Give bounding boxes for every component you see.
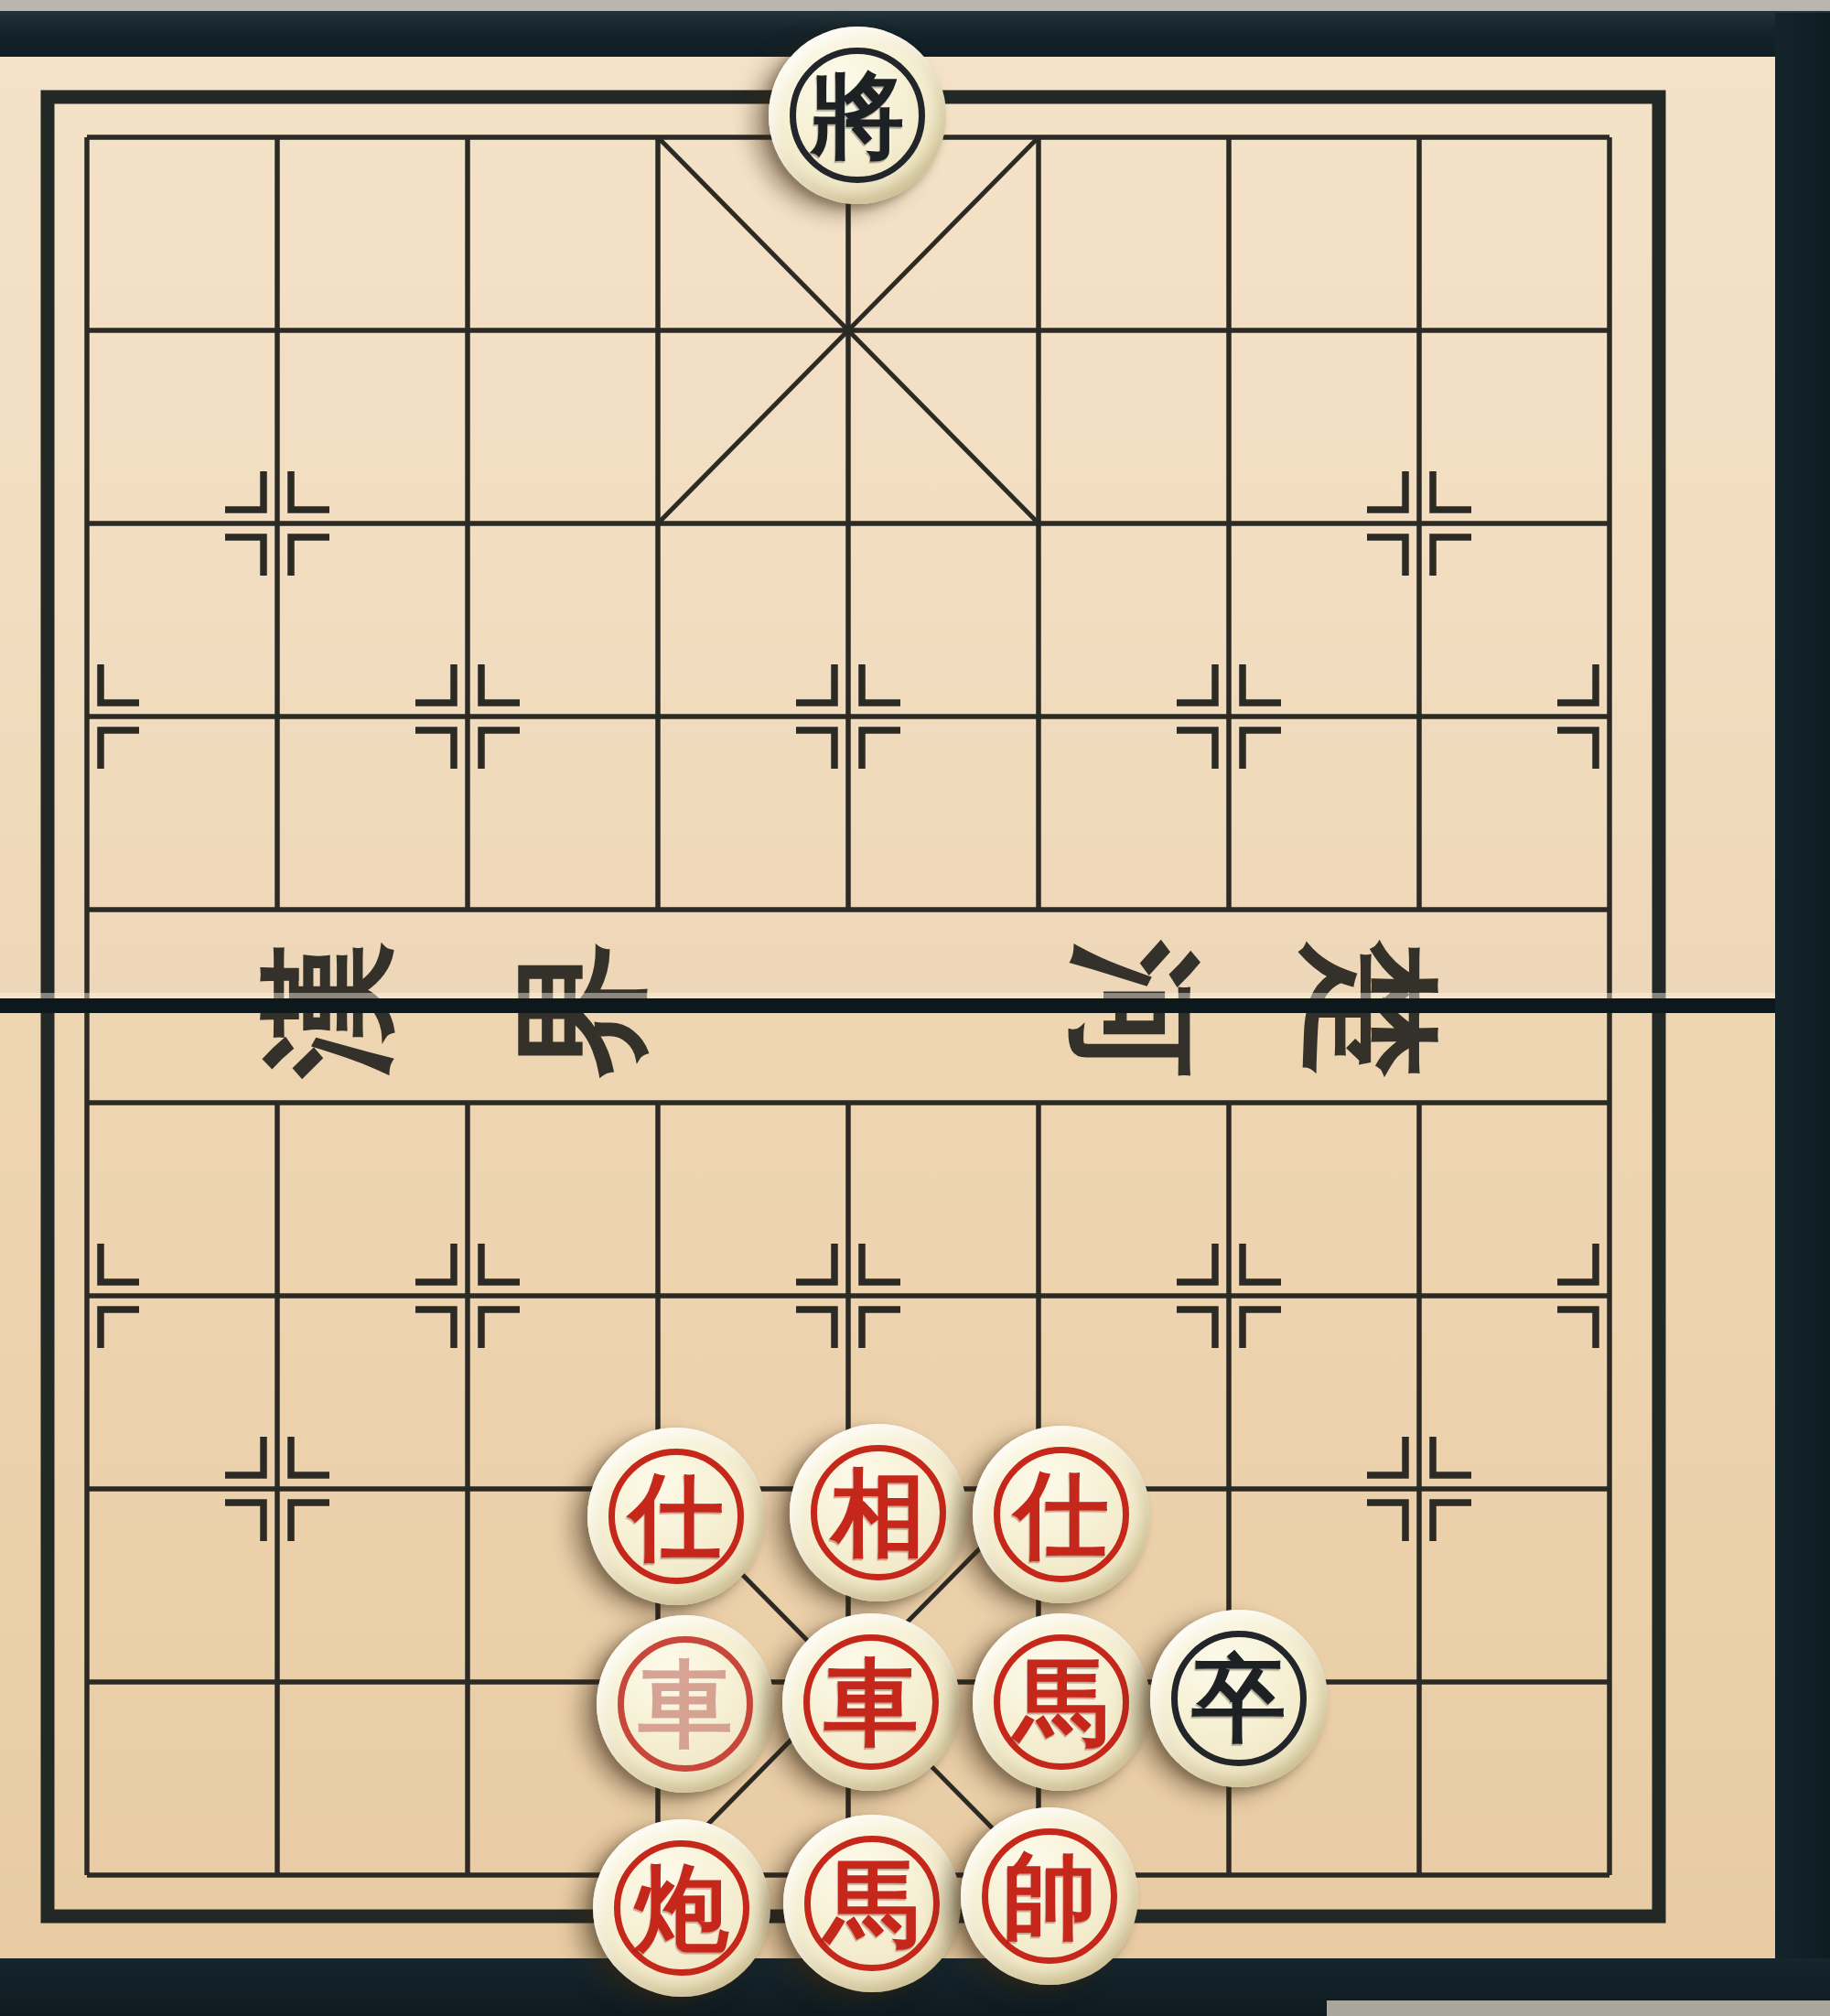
red-horse-upper-piece[interactable]: 馬 bbox=[973, 1613, 1150, 1791]
red-chariot-faded-piece[interactable]: 車 bbox=[597, 1615, 774, 1793]
black-general-piece[interactable]: 將 bbox=[769, 27, 946, 204]
piece-glyph: 車 bbox=[639, 1657, 733, 1752]
red-general-piece[interactable]: 帥 bbox=[961, 1807, 1138, 1985]
red-elephant-piece[interactable]: 相 bbox=[790, 1424, 967, 1601]
black-soldier-piece[interactable]: 卒 bbox=[1150, 1610, 1328, 1787]
pieces-layer: 將仕相仕車車馬卒炮馬帥 bbox=[0, 0, 1830, 2016]
piece-glyph: 車 bbox=[824, 1655, 919, 1750]
piece-glyph: 帥 bbox=[1003, 1849, 1097, 1944]
piece-glyph: 相 bbox=[832, 1466, 926, 1560]
piece-glyph: 仕 bbox=[1015, 1468, 1109, 1562]
red-cannon-piece[interactable]: 炮 bbox=[593, 1819, 770, 1997]
red-chariot-piece[interactable]: 車 bbox=[782, 1613, 960, 1791]
piece-glyph: 馬 bbox=[1015, 1655, 1109, 1750]
red-advisor-right-piece[interactable]: 仕 bbox=[973, 1426, 1150, 1603]
piece-glyph: 馬 bbox=[825, 1857, 920, 1951]
red-advisor-left-piece[interactable]: 仕 bbox=[587, 1428, 765, 1605]
red-horse-lower-piece[interactable]: 馬 bbox=[783, 1815, 961, 1992]
xiangqi-board-photo: 漢 界 河 楚 將仕相仕車車馬卒炮馬帥 bbox=[0, 0, 1830, 2016]
piece-glyph: 炮 bbox=[635, 1861, 729, 1956]
piece-glyph: 將 bbox=[811, 69, 905, 163]
piece-glyph: 仕 bbox=[630, 1470, 724, 1564]
piece-glyph: 卒 bbox=[1192, 1652, 1286, 1746]
